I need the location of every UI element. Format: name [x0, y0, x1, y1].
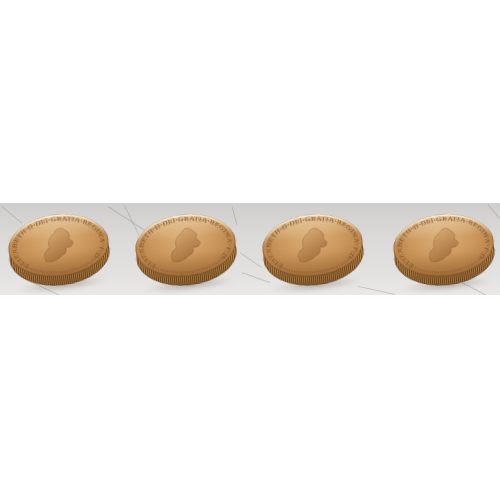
coin-2-graphic: ELIZABETH·II·DEI·GRATIA·REGINA·F:D:: [131, 204, 241, 296]
photo: { "scene": { "description": "Photograph …: [0, 0, 500, 500]
coin-1-graphic: ELIZABETH·II·DEI·GRATIA·REGINA·F:D:: [4, 203, 115, 296]
surface-scratch: [358, 286, 395, 295]
coin-1: ELIZABETH·II·DEI·GRATIA·REGINA·F:D:: [4, 203, 115, 296]
surface-scratch: [240, 252, 262, 268]
coin-4-graphic: ELIZABETH·II·DEI·GRATIA·REGINA·F:D:: [389, 204, 498, 295]
coin-4: ELIZABETH·II·DEI·GRATIA·REGINA·F:D:: [389, 204, 498, 295]
coin-3: ELIZABETH·II·DEI·GRATIA·REGINA·F:D:: [258, 204, 368, 296]
coin-3-graphic: ELIZABETH·II·DEI·GRATIA·REGINA·F:D:: [258, 204, 368, 296]
coin-2: ELIZABETH·II·DEI·GRATIA·REGINA·F:D:: [131, 204, 241, 296]
